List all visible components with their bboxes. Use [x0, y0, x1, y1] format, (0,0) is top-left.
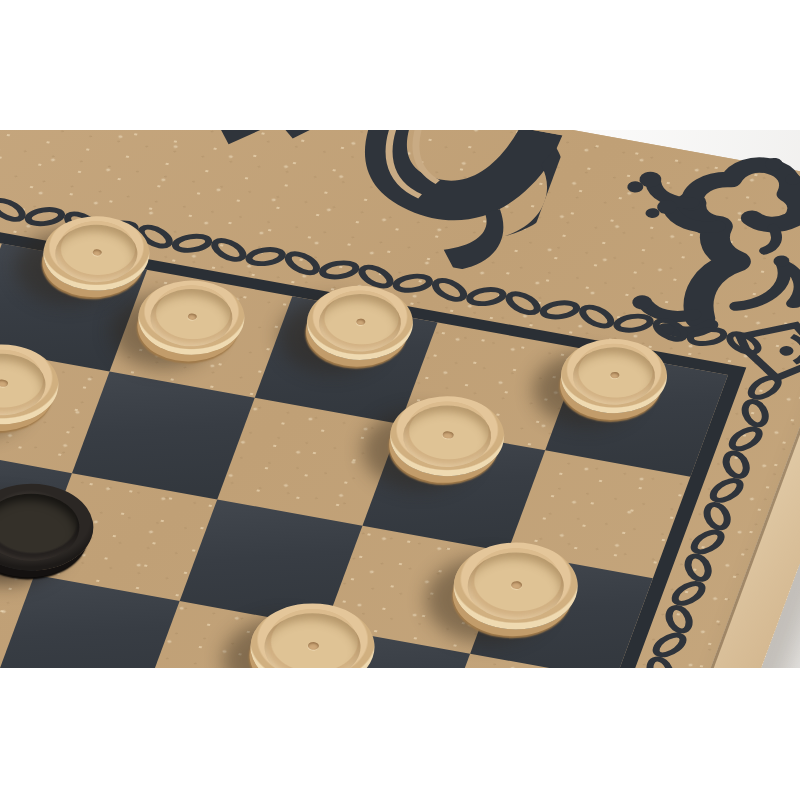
screenshot: [0, 0, 800, 800]
white-margin-top: [0, 0, 800, 130]
product-photo: [0, 130, 800, 668]
white-margin-bottom: [0, 668, 800, 800]
game-board-sheet: [0, 130, 800, 668]
